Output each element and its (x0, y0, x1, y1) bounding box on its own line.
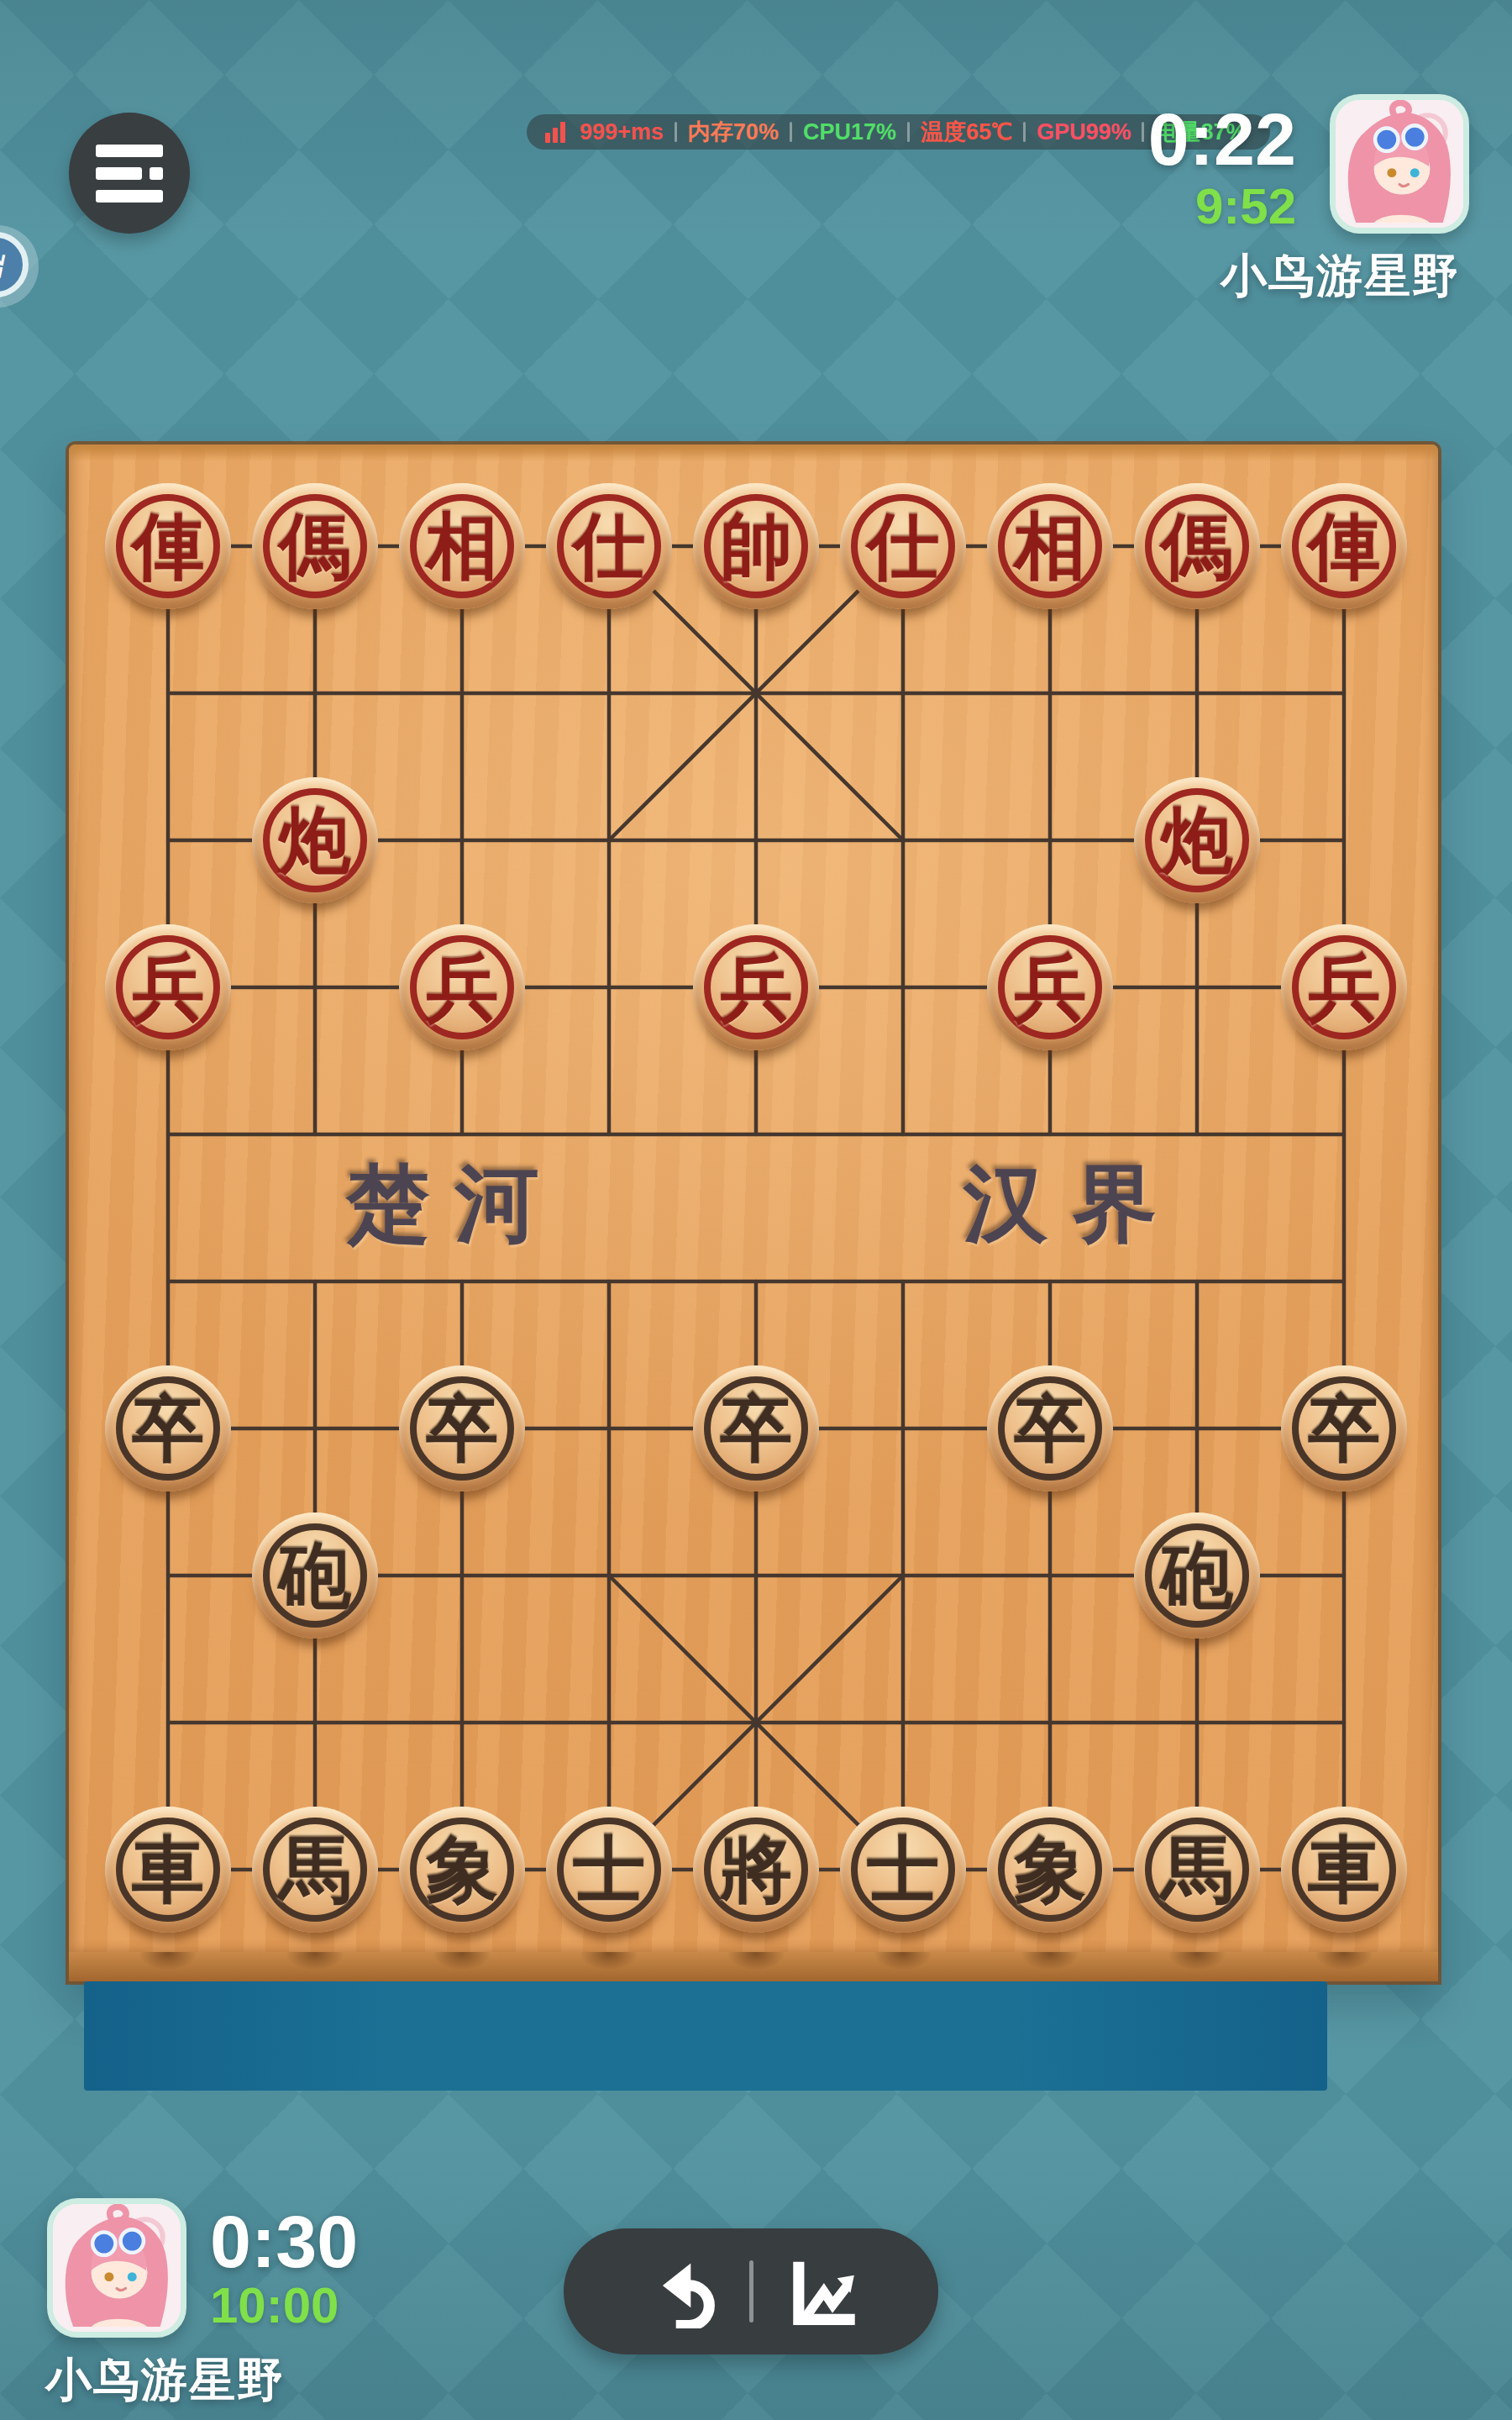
piece-black-advisor[interactable]: 士 (840, 1807, 966, 1933)
piece-black-soldier[interactable]: 卒 (399, 1365, 525, 1491)
bottom-player-total-timer: 10:00 (210, 2281, 339, 2331)
piece-character: 卒 (987, 1365, 1113, 1491)
board-surface[interactable]: 楚河 汉界 俥傌相仕帥仕相傌俥炮炮兵兵兵兵兵卒卒卒卒卒砲砲車馬象士將士象馬車 (69, 445, 1438, 1952)
top-player-avatar (1330, 94, 1469, 234)
undo-arrow-icon (643, 2254, 717, 2328)
piece-character: 兵 (693, 924, 819, 1050)
top-player-total-timer: 9:52 (1195, 181, 1296, 232)
status-temperature: 温度65℃ (921, 117, 1012, 147)
piece-black-horse[interactable]: 馬 (252, 1807, 378, 1933)
piece-red-horse[interactable]: 傌 (252, 483, 378, 609)
piece-red-soldier[interactable]: 兵 (399, 924, 525, 1050)
status-divider (675, 122, 677, 142)
piece-character: 卒 (399, 1365, 525, 1491)
status-memory: 内存70% (688, 117, 779, 147)
avatar-illustration (53, 2204, 181, 2332)
piece-red-advisor[interactable]: 仕 (840, 483, 966, 609)
piece-black-chariot[interactable]: 車 (105, 1807, 231, 1933)
board-front-edge (69, 1952, 1438, 1981)
piece-black-cannon[interactable]: 砲 (252, 1512, 378, 1639)
menu-icon (96, 190, 163, 203)
piece-character: 炮 (1134, 777, 1260, 903)
piece-character: 兵 (987, 924, 1113, 1050)
avatar-illustration (1336, 100, 1463, 228)
fps-value: 22 (0, 250, 11, 280)
piece-black-horse[interactable]: 馬 (1134, 1807, 1260, 1933)
piece-character: 馬 (1134, 1807, 1260, 1933)
piece-character: 俥 (105, 483, 231, 609)
piece-character: 相 (399, 483, 525, 609)
piece-black-elephant[interactable]: 象 (399, 1807, 525, 1933)
status-cpu: CPU17% (803, 119, 896, 145)
piece-red-soldier[interactable]: 兵 (105, 924, 231, 1050)
piece-character: 傌 (1134, 483, 1260, 609)
piece-character: 馬 (252, 1807, 378, 1933)
piece-character: 將 (693, 1807, 819, 1933)
top-player-move-timer: 0:22 (1148, 103, 1296, 176)
piece-red-elephant[interactable]: 相 (987, 483, 1113, 609)
piece-black-soldier[interactable]: 卒 (693, 1365, 819, 1491)
status-gpu: GPU99% (1037, 119, 1131, 145)
bottom-player-move-timer: 0:30 (210, 2205, 358, 2279)
analysis-button[interactable] (782, 2251, 863, 2332)
piece-red-advisor[interactable]: 仕 (546, 483, 672, 609)
piece-character: 仕 (546, 483, 672, 609)
piece-red-soldier[interactable]: 兵 (693, 924, 819, 1050)
piece-black-general[interactable]: 將 (693, 1807, 819, 1933)
status-divider (907, 122, 910, 142)
piece-character: 兵 (1281, 924, 1407, 1050)
menu-icon (96, 145, 163, 157)
piece-character: 仕 (840, 483, 966, 609)
status-divider (1023, 122, 1026, 142)
pieces-layer: 俥傌相仕帥仕相傌俥炮炮兵兵兵兵兵卒卒卒卒卒砲砲車馬象士將士象馬車 (69, 445, 1438, 1952)
menu-button[interactable] (69, 113, 190, 234)
piece-red-soldier[interactable]: 兵 (1281, 924, 1407, 1050)
fps-badge: 22 (0, 225, 39, 308)
piece-red-elephant[interactable]: 相 (399, 483, 525, 609)
piece-black-advisor[interactable]: 士 (546, 1807, 672, 1933)
top-player-name: 小鸟游星野 (1221, 245, 1460, 308)
piece-black-elephant[interactable]: 象 (987, 1807, 1113, 1933)
piece-black-soldier[interactable]: 卒 (105, 1365, 231, 1491)
piece-shadows (69, 1952, 1438, 1981)
board-shadow (84, 1981, 1327, 2091)
piece-character: 炮 (252, 777, 378, 903)
piece-character: 帥 (693, 483, 819, 609)
bottom-player-name: 小鸟游星野 (45, 2349, 285, 2412)
status-ping: 999+ms (580, 119, 664, 145)
piece-red-general[interactable]: 帥 (693, 483, 819, 609)
piece-red-soldier[interactable]: 兵 (987, 924, 1113, 1050)
piece-black-cannon[interactable]: 砲 (1134, 1512, 1260, 1639)
menu-icon (96, 167, 163, 180)
undo-button[interactable] (640, 2251, 721, 2332)
piece-character: 砲 (1134, 1512, 1260, 1639)
piece-character: 兵 (399, 924, 525, 1050)
piece-character: 車 (1281, 1807, 1407, 1933)
controls-divider (749, 2260, 753, 2323)
piece-black-soldier[interactable]: 卒 (1281, 1365, 1407, 1491)
piece-black-chariot[interactable]: 車 (1281, 1807, 1407, 1933)
piece-character: 砲 (252, 1512, 378, 1639)
piece-character: 相 (987, 483, 1113, 609)
piece-character: 傌 (252, 483, 378, 609)
piece-red-chariot[interactable]: 俥 (105, 483, 231, 609)
piece-character: 士 (840, 1807, 966, 1933)
piece-character: 卒 (1281, 1365, 1407, 1491)
piece-red-chariot[interactable]: 俥 (1281, 483, 1407, 609)
piece-red-horse[interactable]: 傌 (1134, 483, 1260, 609)
piece-black-soldier[interactable]: 卒 (987, 1365, 1113, 1491)
piece-character: 卒 (105, 1365, 231, 1491)
piece-character: 俥 (1281, 483, 1407, 609)
piece-character: 卒 (693, 1365, 819, 1491)
piece-character: 象 (987, 1807, 1113, 1933)
status-divider (1142, 122, 1144, 142)
piece-red-cannon[interactable]: 炮 (252, 777, 378, 903)
bottom-player-avatar (47, 2198, 186, 2338)
fps-badge-disc: 22 (0, 232, 29, 297)
piece-character: 車 (105, 1807, 231, 1933)
piece-character: 士 (546, 1807, 672, 1933)
piece-red-cannon[interactable]: 炮 (1134, 777, 1260, 903)
piece-character: 象 (399, 1807, 525, 1933)
signal-bars-icon (545, 122, 565, 143)
status-divider (790, 122, 792, 142)
xiangqi-board[interactable]: 楚河 汉界 俥傌相仕帥仕相傌俥炮炮兵兵兵兵兵卒卒卒卒卒砲砲車馬象士將士象馬車 (69, 445, 1438, 1981)
trend-chart-icon (785, 2254, 859, 2328)
piece-character: 兵 (105, 924, 231, 1050)
game-controls (564, 2228, 938, 2354)
